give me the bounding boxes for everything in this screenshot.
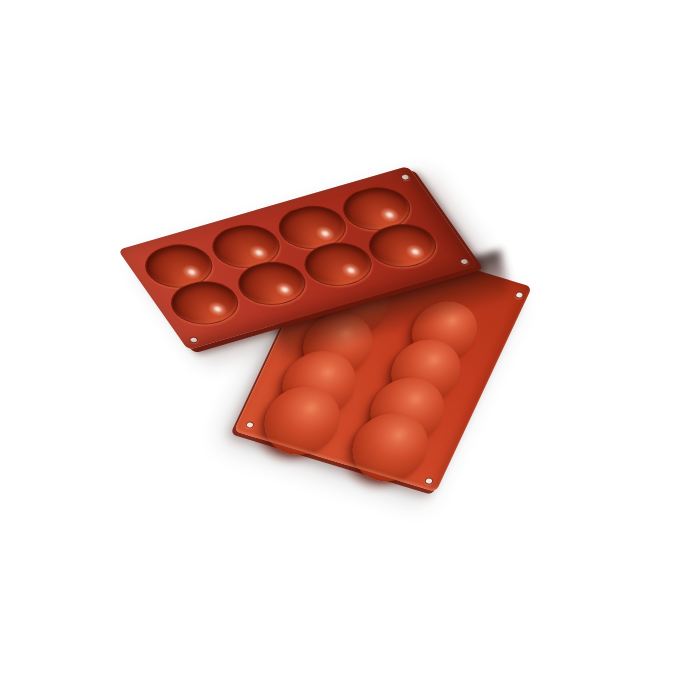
dome-bump	[271, 342, 368, 426]
product-photo-stage	[0, 0, 690, 690]
hemisphere-cavity	[294, 236, 383, 293]
dome-bump	[292, 305, 383, 384]
hemisphere-cavity	[268, 199, 357, 256]
corner-hole	[424, 476, 435, 485]
dome-bump	[340, 404, 440, 490]
corner-hole	[245, 420, 256, 429]
dome-bump	[402, 294, 488, 368]
corner-hole	[399, 173, 411, 181]
corner-hole	[514, 290, 525, 299]
hemisphere-cavity	[332, 180, 421, 237]
dome-bump	[252, 377, 352, 463]
hemisphere-cavity	[202, 218, 291, 275]
hemisphere-cavity	[358, 217, 447, 274]
dome-bump	[359, 369, 456, 453]
hemisphere-cavity	[134, 237, 223, 294]
hemisphere-cavity	[160, 274, 249, 331]
dome-bump	[380, 331, 471, 410]
corner-hole	[188, 336, 200, 344]
hemisphere-cavity	[227, 255, 316, 312]
corner-hole	[458, 257, 470, 265]
